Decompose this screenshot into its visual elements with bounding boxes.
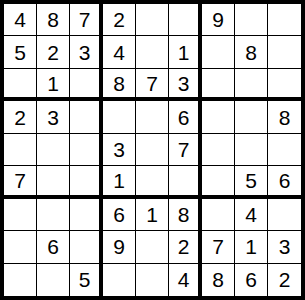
cell-r4c9[interactable]: 8 <box>268 101 301 133</box>
cell-r3c9[interactable] <box>268 69 301 101</box>
cell-r8c4[interactable]: 9 <box>103 231 136 263</box>
cell-r2c3[interactable]: 3 <box>70 36 103 68</box>
cell-r4c7[interactable] <box>202 101 235 133</box>
cell-r8c3[interactable] <box>70 231 103 263</box>
cell-r2c1[interactable]: 5 <box>4 36 37 68</box>
cell-r1c3[interactable]: 7 <box>70 4 103 36</box>
cell-r4c1[interactable]: 2 <box>4 101 37 133</box>
cell-r7c6[interactable]: 8 <box>169 199 202 231</box>
cell-r7c2[interactable] <box>37 199 70 231</box>
cell-r9c7[interactable]: 8 <box>202 264 235 296</box>
cell-r9c3[interactable]: 5 <box>70 264 103 296</box>
cell-r2c9[interactable] <box>268 36 301 68</box>
cell-r6c3[interactable] <box>70 166 103 198</box>
cell-r8c6[interactable]: 2 <box>169 231 202 263</box>
cell-r6c1[interactable]: 7 <box>4 166 37 198</box>
cell-r6c4[interactable]: 1 <box>103 166 136 198</box>
cell-r1c2[interactable]: 8 <box>37 4 70 36</box>
cell-r5c7[interactable] <box>202 134 235 166</box>
cell-r4c4[interactable] <box>103 101 136 133</box>
cell-r3c2[interactable]: 1 <box>37 69 70 101</box>
cell-r1c4[interactable]: 2 <box>103 4 136 36</box>
cell-r9c8[interactable]: 6 <box>235 264 268 296</box>
cell-r2c5[interactable] <box>136 36 169 68</box>
cell-r1c7[interactable]: 9 <box>202 4 235 36</box>
cell-r2c8[interactable]: 8 <box>235 36 268 68</box>
cell-r8c1[interactable] <box>4 231 37 263</box>
cell-r7c4[interactable]: 6 <box>103 199 136 231</box>
cell-r6c7[interactable] <box>202 166 235 198</box>
cell-r3c3[interactable] <box>70 69 103 101</box>
cell-r5c8[interactable] <box>235 134 268 166</box>
cell-r5c6[interactable]: 7 <box>169 134 202 166</box>
cell-r3c1[interactable] <box>4 69 37 101</box>
cell-r4c8[interactable] <box>235 101 268 133</box>
cell-r1c6[interactable] <box>169 4 202 36</box>
cell-r6c5[interactable] <box>136 166 169 198</box>
cell-r3c6[interactable]: 3 <box>169 69 202 101</box>
cell-r7c9[interactable] <box>268 199 301 231</box>
cell-r8c8[interactable]: 1 <box>235 231 268 263</box>
sudoku-board: 4872952341818732368377156618469271354862 <box>0 0 305 300</box>
cell-r2c4[interactable]: 4 <box>103 36 136 68</box>
cell-r1c1[interactable]: 4 <box>4 4 37 36</box>
cell-r9c2[interactable] <box>37 264 70 296</box>
cell-r5c5[interactable] <box>136 134 169 166</box>
cell-r3c5[interactable]: 7 <box>136 69 169 101</box>
cell-r7c5[interactable]: 1 <box>136 199 169 231</box>
cell-r2c6[interactable]: 1 <box>169 36 202 68</box>
cell-r3c7[interactable] <box>202 69 235 101</box>
cell-r2c2[interactable]: 2 <box>37 36 70 68</box>
cell-r5c1[interactable] <box>4 134 37 166</box>
cell-r9c9[interactable]: 2 <box>268 264 301 296</box>
cell-r3c4[interactable]: 8 <box>103 69 136 101</box>
cell-r5c3[interactable] <box>70 134 103 166</box>
cell-r3c8[interactable] <box>235 69 268 101</box>
cell-r6c9[interactable]: 6 <box>268 166 301 198</box>
cell-r8c9[interactable]: 3 <box>268 231 301 263</box>
cell-r8c7[interactable]: 7 <box>202 231 235 263</box>
cell-r4c3[interactable] <box>70 101 103 133</box>
cell-r8c5[interactable] <box>136 231 169 263</box>
cell-r7c8[interactable]: 4 <box>235 199 268 231</box>
cell-r9c1[interactable] <box>4 264 37 296</box>
cell-r1c9[interactable] <box>268 4 301 36</box>
cell-r4c5[interactable] <box>136 101 169 133</box>
cell-r8c2[interactable]: 6 <box>37 231 70 263</box>
cell-r7c3[interactable] <box>70 199 103 231</box>
cell-r5c9[interactable] <box>268 134 301 166</box>
cell-r9c5[interactable] <box>136 264 169 296</box>
cell-r2c7[interactable] <box>202 36 235 68</box>
cell-r9c4[interactable] <box>103 264 136 296</box>
cell-r1c5[interactable] <box>136 4 169 36</box>
cell-r7c7[interactable] <box>202 199 235 231</box>
cell-r6c2[interactable] <box>37 166 70 198</box>
cell-r1c8[interactable] <box>235 4 268 36</box>
cell-r4c2[interactable]: 3 <box>37 101 70 133</box>
cell-r5c2[interactable] <box>37 134 70 166</box>
cell-r5c4[interactable]: 3 <box>103 134 136 166</box>
cell-r6c6[interactable] <box>169 166 202 198</box>
cell-r4c6[interactable]: 6 <box>169 101 202 133</box>
cell-r9c6[interactable]: 4 <box>169 264 202 296</box>
cell-r7c1[interactable] <box>4 199 37 231</box>
cell-r6c8[interactable]: 5 <box>235 166 268 198</box>
